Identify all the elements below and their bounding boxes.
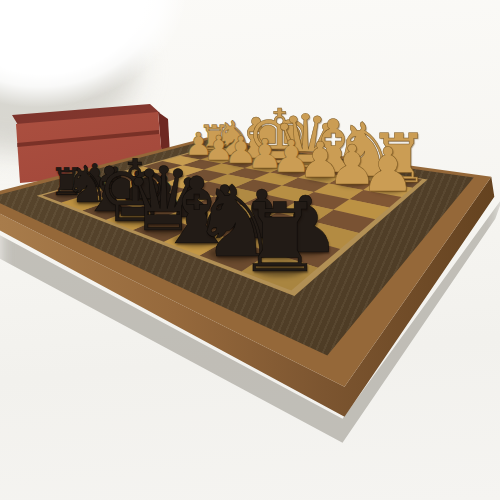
chess-pieces: ♜♞♝♛♚♝♞♜♟♟♟♟♟♟♟♟♟♟♟♟♟♟♟♟♜♞♝♛♚♝♞♜ [0,0,500,500]
piece-black-rook-a8: ♜ [232,191,328,287]
photo-scene: ♜♞♝♛♚♝♞♜♟♟♟♟♟♟♟♟♟♟♟♟♟♟♟♟♜♞♝♛♚♝♞♜ [0,0,500,500]
piece-white-pawn-a2: ♟ [357,139,418,200]
